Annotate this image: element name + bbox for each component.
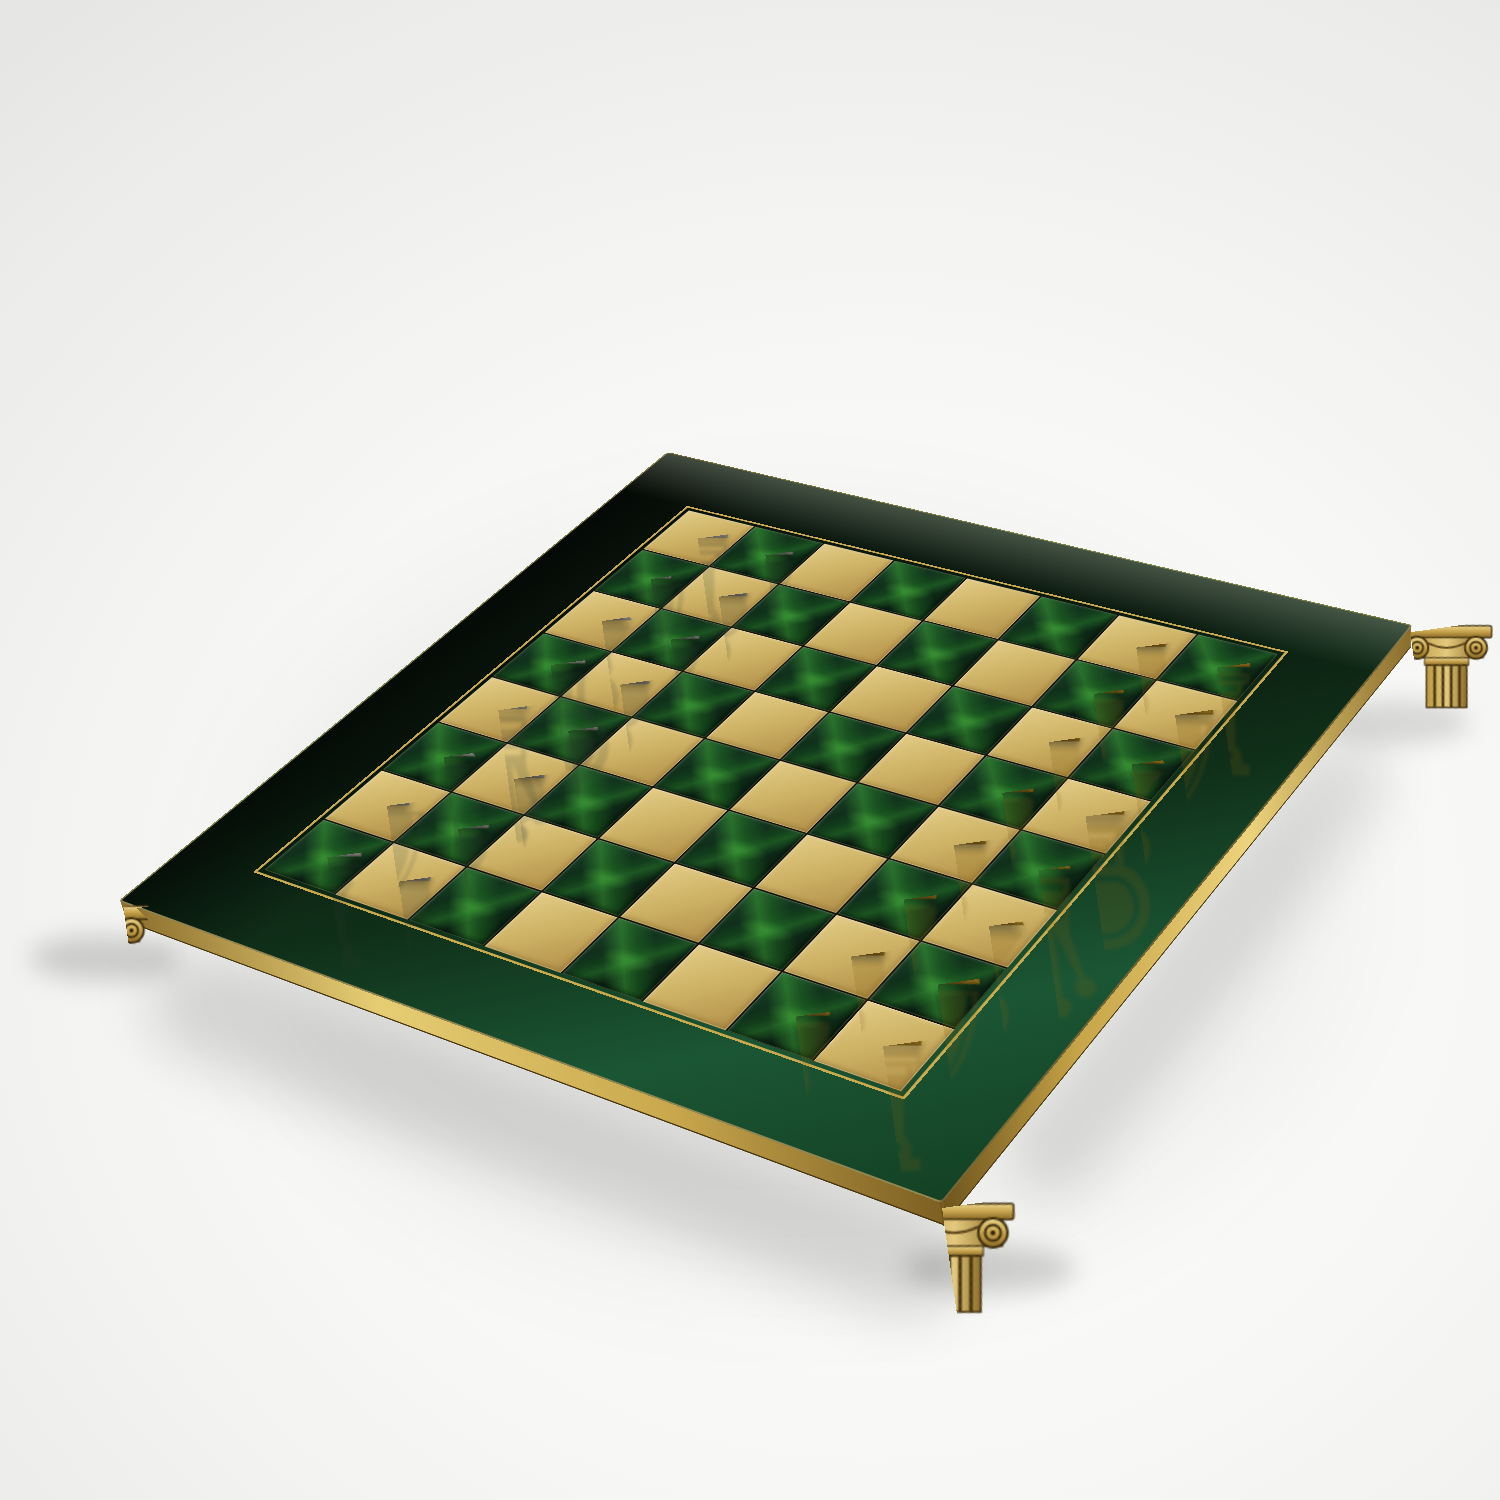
chess-board: ♜♟♟♜♞♟♟♞♝♟♟♝♚♟♟♚♛♟♟♛♝♟♟♝♞♟♟♞♜♟♟♜ bbox=[119, 452, 1413, 1203]
pawn-glyph: ♟ bbox=[337, 774, 450, 900]
scene: ♜♟♟♜♞♟♟♞♝♟♟♝♚♟♟♚♛♟♟♛♝♟♟♝♞♟♟♞♜♟♟♜ bbox=[0, 0, 1500, 1500]
column-capital-icon bbox=[48, 905, 150, 999]
column-capital-icon bbox=[893, 1202, 1015, 1314]
playing-area: ♜♟♟♜♞♟♟♞♝♟♟♝♚♟♟♚♛♟♟♛♝♟♟♝♞♟♟♞♜♟♟♜ bbox=[265, 511, 1278, 1092]
square-b6[interactable] bbox=[468, 815, 597, 890]
column-capital-icon bbox=[1401, 625, 1493, 709]
square-c6[interactable] bbox=[525, 766, 651, 838]
square-a1[interactable]: ♜ bbox=[813, 1000, 954, 1091]
rook-glyph: ♜ bbox=[802, 907, 947, 1069]
